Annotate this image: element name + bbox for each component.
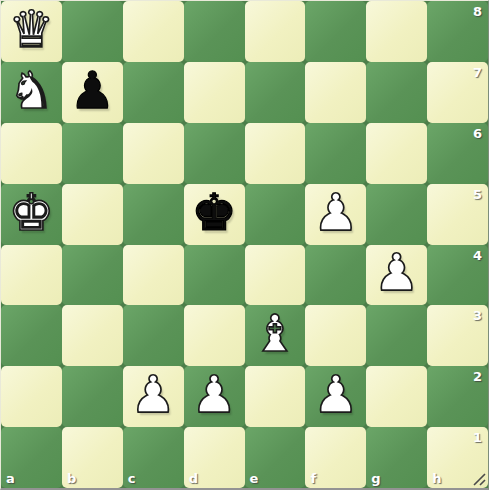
file-label-e: e xyxy=(250,471,259,486)
square-c1[interactable]: c xyxy=(123,427,184,488)
square-g3[interactable] xyxy=(366,305,427,366)
resize-grip-icon[interactable] xyxy=(472,472,486,486)
file-label-b: b xyxy=(67,471,76,486)
black-pawn-b7[interactable]: ♟ xyxy=(69,65,115,116)
square-h7[interactable]: 7 xyxy=(427,62,488,123)
square-e6[interactable] xyxy=(245,123,306,184)
square-d6[interactable] xyxy=(184,123,245,184)
square-f8[interactable] xyxy=(305,1,366,62)
square-e8[interactable] xyxy=(245,1,306,62)
square-c7[interactable] xyxy=(123,62,184,123)
square-d1[interactable]: d xyxy=(184,427,245,488)
square-f7[interactable] xyxy=(305,62,366,123)
square-g4[interactable]: ♟ xyxy=(366,245,427,306)
square-a1[interactable]: a xyxy=(1,427,62,488)
square-a7[interactable]: ♞ xyxy=(1,62,62,123)
file-label-d: d xyxy=(189,471,198,486)
square-f4[interactable] xyxy=(305,245,366,306)
square-b7[interactable]: ♟ xyxy=(62,62,123,123)
square-b8[interactable] xyxy=(62,1,123,62)
square-a4[interactable] xyxy=(1,245,62,306)
square-e1[interactable]: e xyxy=(245,427,306,488)
file-label-g: g xyxy=(371,471,380,486)
white-knight-a7[interactable]: ♞ xyxy=(9,65,55,116)
square-g2[interactable] xyxy=(366,366,427,427)
rank-label-7: 7 xyxy=(473,65,482,80)
square-b6[interactable] xyxy=(62,123,123,184)
square-a6[interactable] xyxy=(1,123,62,184)
white-bishop-e3[interactable]: ♝ xyxy=(252,308,298,359)
rank-label-3: 3 xyxy=(473,308,482,323)
square-b4[interactable] xyxy=(62,245,123,306)
square-b3[interactable] xyxy=(62,305,123,366)
square-d3[interactable] xyxy=(184,305,245,366)
white-pawn-d2[interactable]: ♟ xyxy=(191,369,237,420)
square-b2[interactable] xyxy=(62,366,123,427)
rank-label-4: 4 xyxy=(473,248,482,263)
square-b1[interactable]: b xyxy=(62,427,123,488)
square-f5[interactable]: ♟ xyxy=(305,184,366,245)
square-f2[interactable]: ♟ xyxy=(305,366,366,427)
square-a8[interactable]: ♛ xyxy=(1,1,62,62)
chess-board: ♛8♞♟76♚♚♟5♟4♝3♟♟♟2abcdefgh1 xyxy=(1,1,488,488)
square-d5[interactable]: ♚ xyxy=(184,184,245,245)
square-b5[interactable] xyxy=(62,184,123,245)
white-pawn-c2[interactable]: ♟ xyxy=(130,369,176,420)
file-label-h: h xyxy=(432,471,441,486)
white-pawn-g4[interactable]: ♟ xyxy=(374,247,420,298)
square-f1[interactable]: f xyxy=(305,427,366,488)
rank-label-2: 2 xyxy=(473,369,482,384)
square-h3[interactable]: 3 xyxy=(427,305,488,366)
square-h5[interactable]: 5 xyxy=(427,184,488,245)
square-c6[interactable] xyxy=(123,123,184,184)
square-g6[interactable] xyxy=(366,123,427,184)
square-h4[interactable]: 4 xyxy=(427,245,488,306)
rank-label-1: 1 xyxy=(473,430,482,445)
square-e4[interactable] xyxy=(245,245,306,306)
rank-label-5: 5 xyxy=(473,187,482,202)
rank-label-6: 6 xyxy=(473,126,482,141)
square-g8[interactable] xyxy=(366,1,427,62)
white-queen-a8[interactable]: ♛ xyxy=(9,4,55,55)
square-a5[interactable]: ♚ xyxy=(1,184,62,245)
square-c8[interactable] xyxy=(123,1,184,62)
square-e7[interactable] xyxy=(245,62,306,123)
white-pawn-f2[interactable]: ♟ xyxy=(313,369,359,420)
file-label-a: a xyxy=(6,471,15,486)
square-e3[interactable]: ♝ xyxy=(245,305,306,366)
chess-board-frame: ♛8♞♟76♚♚♟5♟4♝3♟♟♟2abcdefgh1 xyxy=(0,0,489,490)
file-label-c: c xyxy=(128,471,136,486)
square-f6[interactable] xyxy=(305,123,366,184)
square-c2[interactable]: ♟ xyxy=(123,366,184,427)
square-g5[interactable] xyxy=(366,184,427,245)
white-pawn-f5[interactable]: ♟ xyxy=(313,187,359,238)
square-a3[interactable] xyxy=(1,305,62,366)
square-g7[interactable] xyxy=(366,62,427,123)
square-a2[interactable] xyxy=(1,366,62,427)
square-e5[interactable] xyxy=(245,184,306,245)
square-f3[interactable] xyxy=(305,305,366,366)
square-d2[interactable]: ♟ xyxy=(184,366,245,427)
square-e2[interactable] xyxy=(245,366,306,427)
square-c5[interactable] xyxy=(123,184,184,245)
file-label-f: f xyxy=(310,471,316,486)
square-c3[interactable] xyxy=(123,305,184,366)
white-king-a5[interactable]: ♚ xyxy=(9,187,55,238)
square-d7[interactable] xyxy=(184,62,245,123)
square-h8[interactable]: 8 xyxy=(427,1,488,62)
black-king-d5[interactable]: ♚ xyxy=(191,187,237,238)
rank-label-8: 8 xyxy=(473,4,482,19)
square-c4[interactable] xyxy=(123,245,184,306)
square-h6[interactable]: 6 xyxy=(427,123,488,184)
square-d4[interactable] xyxy=(184,245,245,306)
square-d8[interactable] xyxy=(184,1,245,62)
square-h2[interactable]: 2 xyxy=(427,366,488,427)
square-g1[interactable]: g xyxy=(366,427,427,488)
